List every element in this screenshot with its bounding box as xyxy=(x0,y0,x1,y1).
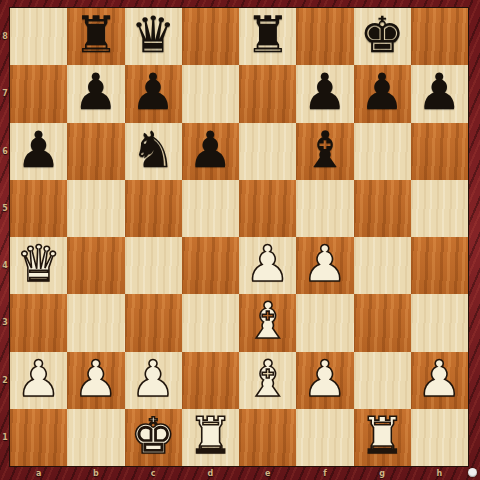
black-bishop: ♝ xyxy=(302,123,347,179)
black-pawn: ♟ xyxy=(73,65,118,121)
white-rook: ♜ xyxy=(188,409,233,465)
white-pawn: ♟ xyxy=(417,352,462,408)
rank-label-1: 1 xyxy=(0,409,10,466)
black-pawn: ♟ xyxy=(188,123,233,179)
square-a3[interactable] xyxy=(10,294,67,351)
square-h7[interactable]: ♟ xyxy=(411,65,468,122)
rank-labels: 87654321 xyxy=(0,8,10,466)
square-h5[interactable] xyxy=(411,180,468,237)
square-c2[interactable]: ♟ xyxy=(125,352,182,409)
square-e7[interactable] xyxy=(239,65,296,122)
file-label-b: b xyxy=(67,466,124,480)
square-a1[interactable] xyxy=(10,409,67,466)
white-pawn: ♟ xyxy=(302,352,347,408)
file-label-g: g xyxy=(354,466,411,480)
square-a7[interactable] xyxy=(10,65,67,122)
white-pawn: ♟ xyxy=(73,352,118,408)
square-d8[interactable] xyxy=(182,8,239,65)
white-bishop: ♝ xyxy=(245,294,290,350)
black-pawn: ♟ xyxy=(302,65,347,121)
square-a4[interactable]: ♛ xyxy=(10,237,67,294)
square-c6[interactable]: ♞ xyxy=(125,123,182,180)
white-pawn: ♟ xyxy=(16,352,61,408)
square-b4[interactable] xyxy=(67,237,124,294)
square-a2[interactable]: ♟ xyxy=(10,352,67,409)
square-b5[interactable] xyxy=(67,180,124,237)
square-d4[interactable] xyxy=(182,237,239,294)
black-pawn: ♟ xyxy=(131,65,176,121)
square-d6[interactable]: ♟ xyxy=(182,123,239,180)
file-labels: abcdefgh xyxy=(10,466,468,480)
square-g5[interactable] xyxy=(354,180,411,237)
square-g2[interactable] xyxy=(354,352,411,409)
rank-label-8: 8 xyxy=(0,8,10,65)
square-a5[interactable] xyxy=(10,180,67,237)
square-g8[interactable]: ♚ xyxy=(354,8,411,65)
square-b1[interactable] xyxy=(67,409,124,466)
black-knight: ♞ xyxy=(131,123,176,179)
square-h3[interactable] xyxy=(411,294,468,351)
rank-label-6: 6 xyxy=(0,123,10,180)
square-e1[interactable] xyxy=(239,409,296,466)
square-d3[interactable] xyxy=(182,294,239,351)
square-b3[interactable] xyxy=(67,294,124,351)
black-pawn: ♟ xyxy=(360,65,405,121)
square-e2[interactable]: ♝ xyxy=(239,352,296,409)
square-c5[interactable] xyxy=(125,180,182,237)
white-pawn: ♟ xyxy=(131,352,176,408)
square-d7[interactable] xyxy=(182,65,239,122)
white-bishop: ♝ xyxy=(245,352,290,408)
square-e3[interactable]: ♝ xyxy=(239,294,296,351)
white-to-move-indicator xyxy=(468,468,477,477)
square-f2[interactable]: ♟ xyxy=(296,352,353,409)
square-a8[interactable] xyxy=(10,8,67,65)
rank-label-7: 7 xyxy=(0,65,10,122)
file-label-d: d xyxy=(182,466,239,480)
white-queen: ♛ xyxy=(16,237,61,293)
square-h6[interactable] xyxy=(411,123,468,180)
black-pawn: ♟ xyxy=(16,123,61,179)
rank-label-5: 5 xyxy=(0,180,10,237)
square-c1[interactable]: ♚ xyxy=(125,409,182,466)
black-queen: ♛ xyxy=(131,8,176,64)
square-e4[interactable]: ♟ xyxy=(239,237,296,294)
chess-board[interactable]: ♜♛♜♚♟♟♟♟♟♟♞♟♝♛♟♟♝♟♟♟♝♟♟♚♜♜ xyxy=(10,8,468,466)
square-h4[interactable] xyxy=(411,237,468,294)
square-f8[interactable] xyxy=(296,8,353,65)
square-h1[interactable] xyxy=(411,409,468,466)
square-e6[interactable] xyxy=(239,123,296,180)
white-pawn: ♟ xyxy=(245,237,290,293)
square-g7[interactable]: ♟ xyxy=(354,65,411,122)
file-label-a: a xyxy=(10,466,67,480)
square-f4[interactable]: ♟ xyxy=(296,237,353,294)
file-label-f: f xyxy=(296,466,353,480)
square-h2[interactable]: ♟ xyxy=(411,352,468,409)
rank-label-3: 3 xyxy=(0,294,10,351)
white-rook: ♜ xyxy=(360,409,405,465)
square-e5[interactable] xyxy=(239,180,296,237)
square-f7[interactable]: ♟ xyxy=(296,65,353,122)
white-king: ♚ xyxy=(131,409,176,465)
square-c3[interactable] xyxy=(125,294,182,351)
square-f6[interactable]: ♝ xyxy=(296,123,353,180)
square-g3[interactable] xyxy=(354,294,411,351)
white-pawn: ♟ xyxy=(302,237,347,293)
square-c8[interactable]: ♛ xyxy=(125,8,182,65)
square-b6[interactable] xyxy=(67,123,124,180)
square-c7[interactable]: ♟ xyxy=(125,65,182,122)
square-g4[interactable] xyxy=(354,237,411,294)
square-d1[interactable]: ♜ xyxy=(182,409,239,466)
square-h8[interactable] xyxy=(411,8,468,65)
black-pawn: ♟ xyxy=(417,65,462,121)
square-c4[interactable] xyxy=(125,237,182,294)
black-rook: ♜ xyxy=(73,8,118,64)
black-king: ♚ xyxy=(360,8,405,64)
square-d5[interactable] xyxy=(182,180,239,237)
square-b8[interactable]: ♜ xyxy=(67,8,124,65)
square-f3[interactable] xyxy=(296,294,353,351)
square-f5[interactable] xyxy=(296,180,353,237)
square-e8[interactable]: ♜ xyxy=(239,8,296,65)
file-label-e: e xyxy=(239,466,296,480)
square-b2[interactable]: ♟ xyxy=(67,352,124,409)
square-g1[interactable]: ♜ xyxy=(354,409,411,466)
square-a6[interactable]: ♟ xyxy=(10,123,67,180)
black-rook: ♜ xyxy=(245,8,290,64)
rank-label-4: 4 xyxy=(0,237,10,294)
board-frame: 87654321 ♜♛♜♚♟♟♟♟♟♟♞♟♝♛♟♟♝♟♟♟♝♟♟♚♜♜ abcd… xyxy=(0,0,480,480)
square-d2[interactable] xyxy=(182,352,239,409)
rank-label-2: 2 xyxy=(0,352,10,409)
file-label-c: c xyxy=(125,466,182,480)
square-g6[interactable] xyxy=(354,123,411,180)
file-label-h: h xyxy=(411,466,468,480)
square-b7[interactable]: ♟ xyxy=(67,65,124,122)
square-f1[interactable] xyxy=(296,409,353,466)
